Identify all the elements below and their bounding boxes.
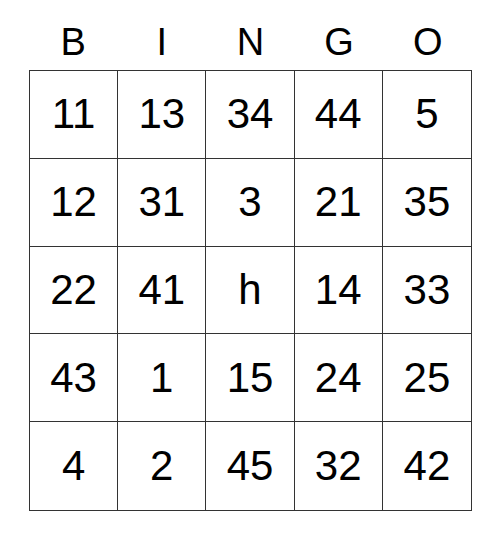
header-letter-o: O [383, 23, 472, 70]
bingo-cell-r3c0: 43 [30, 334, 118, 422]
bingo-cell-r2c4: 33 [383, 247, 471, 335]
bingo-cell-r3c2: 15 [206, 334, 294, 422]
header-letter-b: B [29, 23, 118, 70]
bingo-cell-r3c1: 1 [118, 334, 206, 422]
bingo-grid: 11 13 34 44 5 12 31 3 21 35 22 41 h 14 3… [29, 70, 472, 511]
header-letter-i: I [118, 23, 207, 70]
bingo-cell-r2c0: 22 [30, 247, 118, 335]
bingo-cell-r1c3: 21 [295, 159, 383, 247]
header-letter-n: N [206, 23, 295, 70]
bingo-cell-r1c2: 3 [206, 159, 294, 247]
bingo-cell-r2c3: 14 [295, 247, 383, 335]
bingo-cell-r1c4: 35 [383, 159, 471, 247]
bingo-cell-r0c4: 5 [383, 71, 471, 159]
bingo-cell-r4c1: 2 [118, 422, 206, 510]
bingo-cell-r3c4: 25 [383, 334, 471, 422]
bingo-cell-r0c1: 13 [118, 71, 206, 159]
bingo-cell-r3c3: 24 [295, 334, 383, 422]
bingo-card: B I N G O 11 13 34 44 5 12 31 3 21 35 22… [29, 0, 472, 511]
bingo-cell-r1c1: 31 [118, 159, 206, 247]
bingo-header-row: B I N G O [29, 0, 472, 70]
bingo-cell-r1c0: 12 [30, 159, 118, 247]
bingo-cell-r4c3: 32 [295, 422, 383, 510]
header-letter-g: G [295, 23, 384, 70]
bingo-cell-r0c3: 44 [295, 71, 383, 159]
bingo-cell-r0c0: 11 [30, 71, 118, 159]
bingo-cell-r4c2: 45 [206, 422, 294, 510]
bingo-cell-r2c2-free-space: h [206, 247, 294, 335]
bingo-cell-r4c4: 42 [383, 422, 471, 510]
bingo-cell-r0c2: 34 [206, 71, 294, 159]
bingo-cell-r2c1: 41 [118, 247, 206, 335]
bingo-cell-r4c0: 4 [30, 422, 118, 510]
